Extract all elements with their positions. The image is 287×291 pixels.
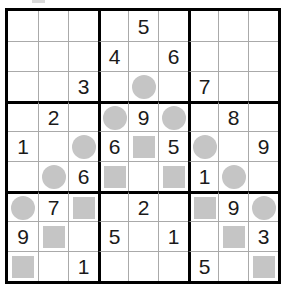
cell-r9c1[interactable] [8,251,38,281]
cell-r6c3[interactable]: 6 [68,161,98,191]
cell-r2c7[interactable] [188,41,218,71]
cell-r6c8[interactable] [218,161,248,191]
given-digit: 6 [109,136,121,157]
even-square-mark [223,226,245,248]
given-digit: 9 [138,107,150,128]
even-square-mark [194,197,216,219]
given-digit: 1 [199,166,211,187]
given-digit: 3 [258,226,270,247]
cell-r5c8[interactable] [218,131,248,161]
odd-circle-mark [222,165,246,189]
cell-r1c7[interactable] [188,11,218,41]
even-square-mark [253,256,275,278]
cell-r4c6[interactable] [158,101,188,131]
given-digit: 2 [138,197,150,218]
cell-r7c9[interactable] [248,191,278,221]
cell-r2c8[interactable] [218,41,248,71]
cell-r1c6[interactable] [158,11,188,41]
cell-r3c3[interactable]: 3 [68,71,98,101]
cell-r9c4[interactable] [98,251,128,281]
given-digit: 6 [78,166,90,187]
cell-r7c2[interactable]: 7 [38,191,68,221]
odd-circle-mark [72,135,96,159]
even-square-mark [73,197,95,219]
cell-r1c1[interactable] [8,11,38,41]
given-digit: 4 [109,46,121,67]
odd-circle-mark [11,196,35,220]
cell-r9c5[interactable] [128,251,158,281]
cell-r8c6[interactable]: 1 [158,221,188,251]
cell-r6c2[interactable] [38,161,68,191]
given-digit: 5 [199,256,211,277]
odd-circle-mark [193,135,217,159]
cell-r7c3[interactable] [68,191,98,221]
cell-r9c9[interactable] [248,251,278,281]
cell-r9c2[interactable] [38,251,68,281]
cell-r1c4[interactable] [98,11,128,41]
cell-r4c2[interactable]: 2 [38,101,68,131]
cell-r5c1[interactable]: 1 [8,131,38,161]
given-digit: 1 [78,256,90,277]
cell-r4c3[interactable] [68,101,98,131]
cell-r2c6[interactable]: 6 [158,41,188,71]
cell-r8c9[interactable]: 3 [248,221,278,251]
cell-r6c5[interactable] [128,161,158,191]
cell-r5c9[interactable]: 9 [248,131,278,161]
cell-r5c3[interactable] [68,131,98,161]
cell-r1c8[interactable] [218,11,248,41]
cell-r7c5[interactable]: 2 [128,191,158,221]
cell-r5c4[interactable]: 6 [98,131,128,161]
cell-r6c1[interactable] [8,161,38,191]
cell-r7c4[interactable] [98,191,128,221]
odd-circle-mark [252,196,276,220]
cell-r3c5[interactable] [128,71,158,101]
cell-r9c7[interactable]: 5 [188,251,218,281]
cell-r2c1[interactable] [8,41,38,71]
given-digit: 1 [17,136,29,157]
cell-r4c1[interactable] [8,101,38,131]
cell-r9c3[interactable]: 1 [68,251,98,281]
cell-r1c5[interactable]: 5 [128,11,158,41]
cropped-edge-artifact [32,0,45,3]
cell-r7c6[interactable] [158,191,188,221]
even-square-mark [133,136,155,158]
cell-r1c9[interactable] [248,11,278,41]
cell-r6c9[interactable] [248,161,278,191]
given-digit: 9 [17,226,29,247]
cell-r8c8[interactable] [218,221,248,251]
cell-r9c6[interactable] [158,251,188,281]
given-digit: 5 [168,136,180,157]
given-digit: 9 [228,197,240,218]
even-square-mark [163,166,185,188]
cell-r8c7[interactable] [188,221,218,251]
even-square-mark [104,166,126,188]
odd-circle-mark [42,165,66,189]
cell-r4c9[interactable] [248,101,278,131]
cell-r5c6[interactable]: 5 [158,131,188,161]
cell-r5c5[interactable] [128,131,158,161]
cell-r7c1[interactable] [8,191,38,221]
cell-r8c3[interactable] [68,221,98,251]
cell-r6c4[interactable] [98,161,128,191]
cell-r8c2[interactable] [38,221,68,251]
cell-r9c8[interactable] [218,251,248,281]
cell-r1c3[interactable] [68,11,98,41]
cell-r3c6[interactable] [158,71,188,101]
given-digit: 1 [168,226,180,247]
cell-r7c7[interactable] [188,191,218,221]
given-digit: 6 [168,46,180,67]
cell-r2c9[interactable] [248,41,278,71]
given-digit: 2 [48,107,60,128]
given-digit: 5 [138,16,150,37]
even-square-mark [43,226,65,248]
cell-r4c8[interactable]: 8 [218,101,248,131]
given-digit: 5 [109,226,121,247]
cell-r2c4[interactable]: 4 [98,41,128,71]
given-digit: 3 [78,76,90,97]
cell-r8c1[interactable]: 9 [8,221,38,251]
cell-r4c4[interactable] [98,101,128,131]
given-digit: 7 [48,197,60,218]
odd-circle-mark [162,106,186,130]
cell-r3c1[interactable] [8,71,38,101]
even-square-mark [12,256,34,278]
cell-r3c4[interactable] [98,71,128,101]
cell-r8c5[interactable] [128,221,158,251]
cell-r5c2[interactable] [38,131,68,161]
cell-r2c2[interactable] [38,41,68,71]
cell-r3c8[interactable] [218,71,248,101]
cell-r5c7[interactable] [188,131,218,161]
given-digit: 7 [199,76,211,97]
odd-circle-mark [103,106,127,130]
cell-r3c9[interactable] [248,71,278,101]
cell-r2c3[interactable] [68,41,98,71]
cell-r1c2[interactable] [38,11,68,41]
cell-r4c7[interactable] [188,101,218,131]
cell-r3c7[interactable]: 7 [188,71,218,101]
cell-r6c6[interactable] [158,161,188,191]
cell-r2c5[interactable] [128,41,158,71]
cell-r3c2[interactable] [38,71,68,101]
cell-r4c5[interactable]: 9 [128,101,158,131]
odd-circle-mark [132,75,156,99]
given-digit: 8 [228,107,240,128]
cell-r8c4[interactable]: 5 [98,221,128,251]
cell-r6c7[interactable]: 1 [188,161,218,191]
sudoku-board: 54637298165961729951315 [5,8,281,284]
given-digit: 9 [258,136,270,157]
cell-r7c8[interactable]: 9 [218,191,248,221]
